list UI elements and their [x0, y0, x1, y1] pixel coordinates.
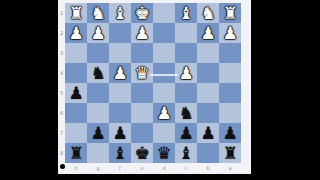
- black-queen-d8[interactable]: ♛: [153, 143, 175, 163]
- file-label-c: c: [175, 164, 197, 173]
- white-rook-h1[interactable]: ♜: [65, 3, 87, 23]
- square-c1[interactable]: ♝: [175, 3, 197, 23]
- square-e7[interactable]: [131, 123, 153, 143]
- square-b5[interactable]: [197, 83, 219, 103]
- square-e6[interactable]: [131, 103, 153, 123]
- black-to-move-indicator-icon: [60, 164, 65, 169]
- square-f4[interactable]: ♟: [109, 63, 131, 83]
- white-pawn-e2[interactable]: ♟: [131, 23, 153, 43]
- square-a5[interactable]: [219, 83, 241, 103]
- square-a3[interactable]: [219, 43, 241, 63]
- square-e3[interactable]: [131, 43, 153, 63]
- square-c3[interactable]: [175, 43, 197, 63]
- black-pawn-f7[interactable]: ♟: [109, 123, 131, 143]
- square-e8[interactable]: ♚: [131, 143, 153, 163]
- square-d1[interactable]: [153, 3, 175, 23]
- white-pawn-a2[interactable]: ♟: [219, 23, 241, 43]
- screen: { "game": "chess", "position": { "fen": …: [0, 0, 320, 180]
- square-a1[interactable]: ♜: [219, 3, 241, 23]
- file-label-g: g: [87, 164, 109, 173]
- square-b3[interactable]: [197, 43, 219, 63]
- rank-labels: 12345678: [58, 3, 65, 163]
- square-b7[interactable]: ♟: [197, 123, 219, 143]
- square-d3[interactable]: [153, 43, 175, 63]
- square-h5[interactable]: ♟: [65, 83, 87, 103]
- white-queen-e4[interactable]: ♛: [131, 63, 153, 83]
- move-annotation-line: [150, 74, 178, 76]
- chess-board[interactable]: ♜♞♝♚♝♞♜♟♟♟♟♟♞♟♛♟♟♟♞♟♟♟♟♟♜♝♚♛♝♜: [65, 3, 241, 163]
- square-d8[interactable]: ♛: [153, 143, 175, 163]
- square-b4[interactable]: [197, 63, 219, 83]
- file-label-d: d: [153, 164, 175, 173]
- black-rook-a8[interactable]: ♜: [219, 143, 241, 163]
- black-rook-h8[interactable]: ♜: [65, 143, 87, 163]
- square-f3[interactable]: [109, 43, 131, 63]
- square-b2[interactable]: ♟: [197, 23, 219, 43]
- square-c2[interactable]: [175, 23, 197, 43]
- square-g1[interactable]: ♞: [87, 3, 109, 23]
- rank-label-7: 7: [58, 123, 65, 143]
- square-a6[interactable]: [219, 103, 241, 123]
- square-b1[interactable]: ♞: [197, 3, 219, 23]
- square-h4[interactable]: [65, 63, 87, 83]
- square-d5[interactable]: [153, 83, 175, 103]
- square-a2[interactable]: ♟: [219, 23, 241, 43]
- rank-label-1: 1: [58, 3, 65, 23]
- file-label-a: a: [219, 164, 241, 173]
- rank-label-5: 5: [58, 83, 65, 103]
- white-rook-a1[interactable]: ♜: [219, 3, 241, 23]
- square-g4[interactable]: ♞: [87, 63, 109, 83]
- white-bishop-c1[interactable]: ♝: [175, 3, 197, 23]
- square-g3[interactable]: [87, 43, 109, 63]
- square-e1[interactable]: ♚: [131, 3, 153, 23]
- square-h2[interactable]: ♟: [65, 23, 87, 43]
- square-c5[interactable]: [175, 83, 197, 103]
- white-pawn-f4[interactable]: ♟: [109, 63, 131, 83]
- black-pawn-g7[interactable]: ♟: [87, 123, 109, 143]
- square-d4[interactable]: [153, 63, 175, 83]
- white-pawn-b2[interactable]: ♟: [197, 23, 219, 43]
- square-f6[interactable]: [109, 103, 131, 123]
- square-h3[interactable]: [65, 43, 87, 63]
- square-f2[interactable]: [109, 23, 131, 43]
- square-a4[interactable]: [219, 63, 241, 83]
- file-label-e: e: [131, 164, 153, 173]
- black-pawn-h5[interactable]: ♟: [65, 83, 87, 103]
- white-knight-g1[interactable]: ♞: [87, 3, 109, 23]
- square-h6[interactable]: [65, 103, 87, 123]
- square-f8[interactable]: ♝: [109, 143, 131, 163]
- square-a7[interactable]: ♟: [219, 123, 241, 143]
- rank-label-8: 8: [58, 143, 65, 163]
- square-g6[interactable]: [87, 103, 109, 123]
- square-h8[interactable]: ♜: [65, 143, 87, 163]
- square-e5[interactable]: [131, 83, 153, 103]
- square-g7[interactable]: ♟: [87, 123, 109, 143]
- square-a8[interactable]: ♜: [219, 143, 241, 163]
- black-knight-g4[interactable]: ♞: [87, 63, 109, 83]
- rank-label-3: 3: [58, 43, 65, 63]
- square-c6[interactable]: ♞: [175, 103, 197, 123]
- square-f5[interactable]: [109, 83, 131, 103]
- square-g2[interactable]: ♟: [87, 23, 109, 43]
- black-bishop-f8[interactable]: ♝: [109, 143, 131, 163]
- white-bishop-f1[interactable]: ♝: [109, 3, 131, 23]
- black-pawn-c7[interactable]: ♟: [175, 123, 197, 143]
- white-pawn-g2[interactable]: ♟: [87, 23, 109, 43]
- square-d2[interactable]: [153, 23, 175, 43]
- file-label-b: b: [197, 164, 219, 173]
- square-h1[interactable]: ♜: [65, 3, 87, 23]
- square-f7[interactable]: ♟: [109, 123, 131, 143]
- white-knight-b1[interactable]: ♞: [197, 3, 219, 23]
- square-c7[interactable]: ♟: [175, 123, 197, 143]
- square-f1[interactable]: ♝: [109, 3, 131, 23]
- black-pawn-b7[interactable]: ♟: [197, 123, 219, 143]
- black-king-e8[interactable]: ♚: [131, 143, 153, 163]
- file-label-f: f: [109, 164, 131, 173]
- chess-board-panel: 12345678 ♜♞♝♚♝♞♜♟♟♟♟♟♞♟♛♟♟♟♞♟♟♟♟♟♜♝♚♛♝♜ …: [58, 0, 251, 174]
- white-pawn-c4[interactable]: ♟: [175, 63, 197, 83]
- square-c4[interactable]: ♟: [175, 63, 197, 83]
- square-e4[interactable]: ♛: [131, 63, 153, 83]
- white-pawn-d6[interactable]: ♟: [153, 103, 175, 123]
- square-d6[interactable]: ♟: [153, 103, 175, 123]
- square-b8[interactable]: [197, 143, 219, 163]
- square-e2[interactable]: ♟: [131, 23, 153, 43]
- square-g8[interactable]: [87, 143, 109, 163]
- rank-label-6: 6: [58, 103, 65, 123]
- square-h7[interactable]: [65, 123, 87, 143]
- white-king-e1[interactable]: ♚: [131, 3, 153, 23]
- file-labels: hgfedcba: [65, 164, 241, 173]
- rank-label-4: 4: [58, 63, 65, 83]
- file-label-h: h: [65, 164, 87, 173]
- white-pawn-h2[interactable]: ♟: [65, 23, 87, 43]
- black-bishop-c8[interactable]: ♝: [175, 143, 197, 163]
- black-knight-c6[interactable]: ♞: [175, 103, 197, 123]
- black-pawn-a7[interactable]: ♟: [219, 123, 241, 143]
- square-g5[interactable]: [87, 83, 109, 103]
- square-d7[interactable]: [153, 123, 175, 143]
- square-c8[interactable]: ♝: [175, 143, 197, 163]
- square-b6[interactable]: [197, 103, 219, 123]
- rank-label-2: 2: [58, 23, 65, 43]
